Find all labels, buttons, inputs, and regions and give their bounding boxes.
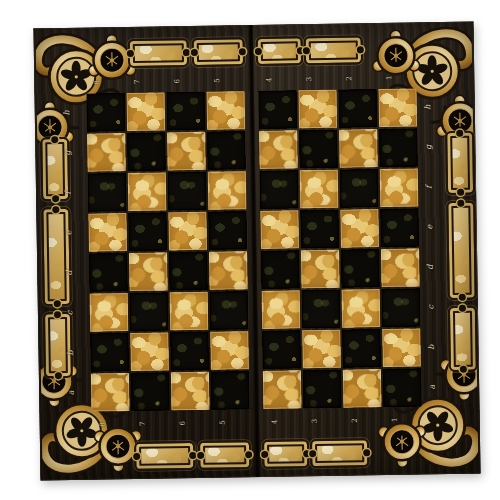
- coordinate-label-2: 2: [351, 418, 359, 423]
- square-b7: [130, 332, 169, 371]
- square-a8: [91, 373, 130, 412]
- square-g8: [87, 133, 126, 172]
- square-f5: [208, 171, 247, 210]
- square-e5: [208, 211, 247, 250]
- coordinate-label-d: d: [426, 265, 435, 270]
- square-d7: [129, 252, 168, 291]
- square-e7: [128, 212, 167, 251]
- coordinate-label-8: 8: [93, 80, 101, 85]
- square-h1: [378, 88, 417, 127]
- border-cartouche: [41, 207, 72, 306]
- coordinate-label-g: g: [424, 145, 433, 150]
- square-d8: [89, 253, 128, 292]
- square-c5: [210, 291, 249, 330]
- square-g2: [339, 129, 378, 168]
- chess-board: 8765432187654321hgfedcbahgfedcba: [33, 22, 480, 481]
- square-a6: [171, 372, 210, 411]
- coordinate-label-5: 5: [219, 420, 227, 425]
- square-a2: [343, 369, 382, 408]
- square-a3: [303, 370, 342, 409]
- square-a4: [263, 370, 302, 409]
- coordinate-label-7: 7: [139, 422, 147, 427]
- coordinate-label-b: b: [427, 345, 436, 350]
- square-b8: [90, 333, 129, 372]
- photo-background: 8765432187654321hgfedcbahgfedcba: [0, 0, 500, 500]
- square-c3: [302, 290, 341, 329]
- square-d4: [261, 250, 300, 289]
- coordinate-label-e: e: [64, 231, 73, 236]
- square-g1: [379, 128, 418, 167]
- square-h4: [258, 90, 297, 129]
- border-cartouche: [198, 440, 251, 470]
- square-b1: [382, 328, 421, 367]
- border-cartouche: [448, 306, 478, 372]
- square-e2: [340, 209, 379, 248]
- square-b2: [342, 329, 381, 368]
- coordinate-label-f: f: [424, 186, 433, 189]
- square-g6: [167, 132, 206, 171]
- coordinate-label-4: 4: [271, 419, 279, 424]
- square-f3: [300, 170, 339, 209]
- coordinate-label-6: 6: [179, 421, 187, 426]
- coordinate-label-6: 6: [173, 79, 181, 84]
- square-a7: [131, 372, 170, 411]
- border-cartouche: [310, 438, 369, 468]
- coordinate-label-2: 2: [345, 76, 353, 81]
- coordinate-label-1: 1: [391, 418, 399, 423]
- square-f7: [128, 172, 167, 211]
- square-e6: [168, 212, 207, 251]
- coordinate-label-3: 3: [311, 419, 319, 424]
- square-h2: [338, 89, 377, 128]
- coordinate-label-a: a: [428, 385, 437, 390]
- square-g3: [299, 130, 338, 169]
- square-b5: [210, 331, 249, 370]
- square-f1: [380, 168, 419, 207]
- square-g7: [127, 132, 166, 171]
- square-c6: [170, 292, 209, 331]
- square-a5: [211, 371, 250, 410]
- square-h5: [206, 91, 245, 130]
- border-cartouche: [262, 439, 309, 469]
- coordinate-label-d: d: [65, 270, 74, 275]
- coordinate-label-b: b: [66, 350, 75, 355]
- square-c7: [130, 292, 169, 331]
- square-f2: [340, 169, 379, 208]
- coordinate-label-3: 3: [305, 77, 313, 82]
- square-h8: [87, 93, 126, 132]
- square-b4: [262, 330, 301, 369]
- coordinate-label-7: 7: [133, 80, 141, 85]
- coordinate-label-1: 1: [385, 76, 393, 81]
- coordinate-label-g: g: [63, 150, 72, 155]
- border-cartouche: [445, 131, 475, 195]
- coordinate-label-c: c: [65, 311, 74, 316]
- square-e8: [88, 213, 127, 252]
- coordinate-label-h: h: [423, 105, 432, 110]
- square-c1: [382, 288, 421, 327]
- square-g4: [259, 130, 298, 169]
- coordinate-label-c: c: [426, 305, 435, 310]
- coordinate-label-f: f: [64, 191, 73, 194]
- square-f8: [88, 173, 127, 212]
- border-cartouche: [446, 201, 477, 300]
- square-d3: [301, 250, 340, 289]
- square-e4: [260, 210, 299, 249]
- square-c2: [342, 289, 381, 328]
- square-a1: [383, 368, 422, 407]
- square-b6: [170, 332, 209, 371]
- square-h6: [166, 92, 205, 131]
- square-g5: [207, 131, 246, 170]
- square-f6: [168, 172, 207, 211]
- square-d1: [381, 248, 420, 287]
- border-cartouche: [304, 35, 363, 65]
- square-h7: [127, 92, 166, 131]
- coordinate-label-h: h: [62, 110, 71, 115]
- border-cartouche: [134, 441, 195, 471]
- border-cartouche: [128, 38, 189, 68]
- border-cartouche: [43, 312, 73, 378]
- square-h3: [298, 90, 337, 129]
- square-d2: [341, 249, 380, 288]
- square-c4: [262, 290, 301, 329]
- coordinate-label-e: e: [425, 225, 434, 230]
- border-cartouche: [192, 37, 245, 67]
- square-e3: [300, 210, 339, 249]
- border-cartouche: [256, 36, 303, 66]
- square-d5: [209, 251, 248, 290]
- square-f4: [260, 170, 299, 209]
- coordinate-label-8: 8: [99, 422, 107, 427]
- square-b3: [302, 330, 341, 369]
- square-e1: [380, 208, 419, 247]
- square-d6: [169, 252, 208, 291]
- square-c8: [90, 293, 129, 332]
- coordinate-label-a: a: [67, 390, 76, 395]
- coordinate-label-5: 5: [213, 78, 221, 83]
- coordinate-label-4: 4: [265, 77, 273, 82]
